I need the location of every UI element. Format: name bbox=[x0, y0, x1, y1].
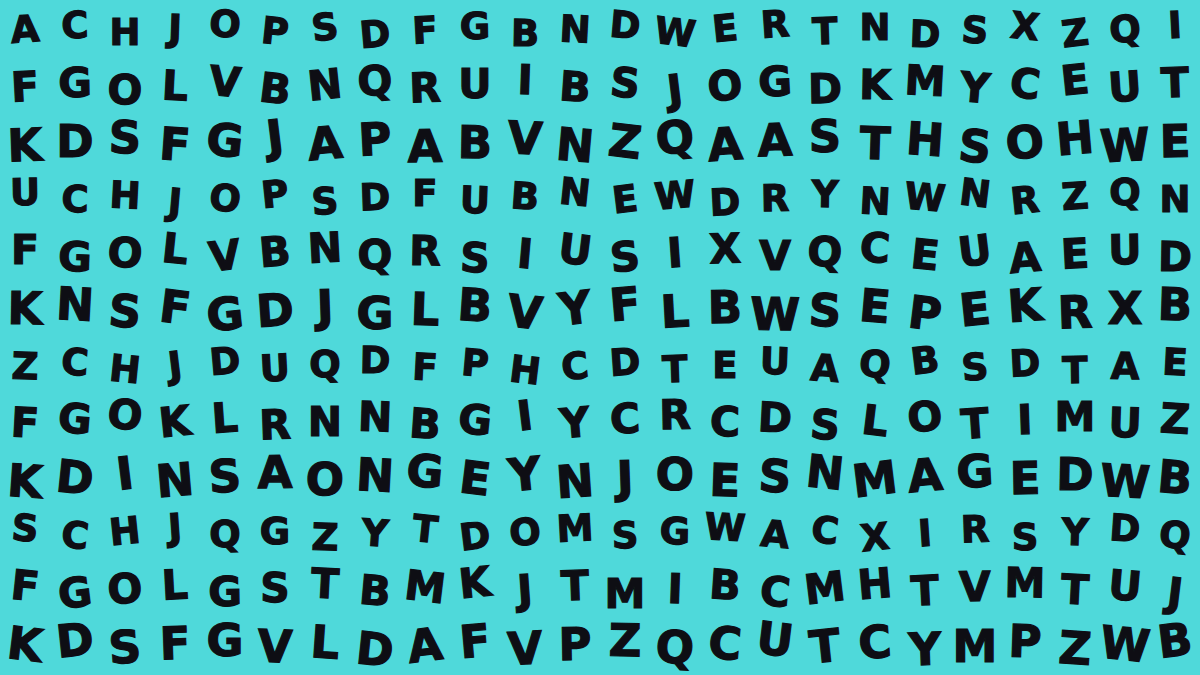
grid-cell[interactable]: I bbox=[648, 224, 702, 283]
grid-cell[interactable]: T bbox=[799, 3, 851, 61]
grid-cell[interactable]: U bbox=[450, 57, 500, 113]
grid-cell[interactable]: O bbox=[98, 560, 153, 620]
grid-cell[interactable]: Q bbox=[847, 334, 903, 395]
grid-cell[interactable]: S bbox=[199, 448, 252, 506]
grid-cell[interactable]: E bbox=[1150, 113, 1200, 170]
grid-cell[interactable]: T bbox=[797, 617, 853, 675]
grid-cell[interactable]: P bbox=[999, 613, 1051, 671]
grid-cell[interactable]: H bbox=[100, 5, 150, 61]
grid-cell[interactable]: Z bbox=[600, 613, 651, 670]
grid-cell[interactable]: J bbox=[148, 499, 202, 558]
grid-cell[interactable]: Y bbox=[548, 394, 603, 454]
grid-cell[interactable]: F bbox=[0, 59, 51, 117]
grid-cell[interactable]: E bbox=[1000, 451, 1051, 508]
grid-cell[interactable]: O bbox=[997, 112, 1053, 174]
grid-cell[interactable]: I bbox=[97, 443, 153, 505]
grid-cell[interactable]: O bbox=[197, 168, 253, 230]
grid-cell[interactable]: A bbox=[898, 446, 953, 506]
grid-cell[interactable]: V bbox=[499, 110, 552, 168]
grid-cell[interactable]: B bbox=[897, 330, 953, 392]
grid-cell[interactable]: N bbox=[297, 55, 353, 116]
grid-cell[interactable]: N bbox=[797, 443, 853, 504]
grid-cell[interactable]: O bbox=[650, 446, 700, 502]
grid-cell[interactable]: E bbox=[697, 0, 753, 59]
grid-cell[interactable]: T bbox=[1149, 55, 1200, 113]
grid-cell[interactable]: G bbox=[650, 504, 701, 561]
grid-cell[interactable]: U bbox=[747, 609, 803, 671]
grid-cell[interactable]: C bbox=[49, 0, 101, 55]
grid-cell[interactable]: H bbox=[848, 555, 903, 615]
grid-cell[interactable]: Q bbox=[300, 336, 351, 393]
grid-cell[interactable]: A bbox=[698, 115, 752, 174]
grid-cell[interactable]: D bbox=[50, 114, 100, 170]
grid-cell[interactable]: W bbox=[648, 166, 703, 226]
grid-cell[interactable]: L bbox=[649, 282, 702, 340]
grid-cell[interactable]: C bbox=[48, 333, 102, 392]
grid-cell[interactable]: B bbox=[1148, 448, 1200, 508]
grid-cell[interactable]: Q bbox=[1099, 164, 1151, 222]
grid-cell[interactable]: E bbox=[700, 338, 750, 394]
grid-cell[interactable]: U bbox=[947, 221, 1003, 283]
grid-cell[interactable]: G bbox=[200, 612, 250, 668]
grid-cell[interactable]: G bbox=[398, 442, 453, 502]
grid-cell[interactable]: Y bbox=[899, 621, 951, 675]
grid-cell[interactable]: P bbox=[247, 2, 303, 63]
grid-cell[interactable]: O bbox=[198, 0, 252, 55]
grid-cell[interactable]: C bbox=[797, 500, 853, 562]
grid-cell[interactable]: F bbox=[400, 166, 450, 222]
grid-cell[interactable]: N bbox=[349, 447, 402, 505]
grid-cell[interactable]: V bbox=[197, 226, 253, 288]
grid-cell[interactable]: S bbox=[98, 282, 153, 342]
grid-cell[interactable]: I bbox=[497, 387, 553, 449]
grid-cell[interactable]: N bbox=[349, 390, 401, 448]
grid-cell[interactable]: Z bbox=[0, 338, 51, 396]
grid-cell[interactable]: M bbox=[950, 618, 1000, 674]
grid-cell[interactable]: N bbox=[547, 162, 603, 223]
grid-cell[interactable]: A bbox=[1100, 338, 1151, 395]
grid-cell[interactable]: U bbox=[1099, 396, 1151, 454]
grid-cell[interactable]: J bbox=[247, 106, 303, 168]
grid-cell[interactable]: P bbox=[247, 164, 303, 225]
grid-cell[interactable]: B bbox=[1147, 610, 1200, 672]
grid-cell[interactable]: T bbox=[299, 556, 352, 614]
grid-cell[interactable]: H bbox=[898, 110, 952, 169]
grid-cell[interactable]: K bbox=[0, 280, 50, 337]
grid-cell[interactable]: F bbox=[399, 338, 452, 396]
grid-cell[interactable]: B bbox=[1149, 276, 1200, 334]
grid-cell[interactable]: S bbox=[748, 448, 802, 507]
grid-cell[interactable]: V bbox=[249, 618, 301, 675]
grid-cell[interactable]: Y bbox=[948, 59, 1003, 119]
word-search-grid: ACHJOPSDFGBNDWERTNDSXZQIFGOLVBNQRUIBSJOG… bbox=[0, 0, 1200, 675]
grid-cell[interactable]: B bbox=[700, 279, 751, 336]
grid-cell[interactable]: O bbox=[698, 57, 753, 117]
grid-cell[interactable]: W bbox=[1097, 615, 1153, 675]
grid-cell[interactable]: F bbox=[0, 395, 51, 453]
grid-cell[interactable]: B bbox=[448, 276, 502, 335]
grid-cell[interactable]: N bbox=[549, 1, 602, 59]
grid-cell[interactable]: L bbox=[847, 392, 903, 454]
grid-cell[interactable]: Q bbox=[350, 227, 401, 284]
grid-cell[interactable]: E bbox=[1149, 333, 1200, 391]
grid-cell[interactable]: G bbox=[250, 503, 300, 559]
grid-cell[interactable]: D bbox=[749, 390, 802, 448]
grid-cell[interactable]: E bbox=[597, 169, 653, 231]
grid-cell[interactable]: E bbox=[947, 279, 1003, 340]
grid-cell[interactable]: S bbox=[297, 0, 353, 59]
grid-cell[interactable]: N bbox=[947, 163, 1003, 225]
grid-cell[interactable]: Q bbox=[348, 52, 402, 111]
grid-cell[interactable]: Q bbox=[649, 619, 702, 675]
grid-cell[interactable]: S bbox=[948, 337, 1003, 397]
grid-cell[interactable]: A bbox=[798, 339, 852, 398]
grid-cell[interactable]: T bbox=[549, 558, 601, 616]
grid-cell[interactable]: E bbox=[1049, 225, 1102, 283]
grid-cell[interactable]: I bbox=[1149, 0, 1200, 55]
grid-cell[interactable]: H bbox=[99, 166, 152, 224]
grid-cell[interactable]: A bbox=[748, 505, 803, 565]
grid-cell[interactable]: N bbox=[49, 275, 102, 333]
grid-cell[interactable]: G bbox=[197, 110, 253, 171]
grid-cell[interactable]: C bbox=[698, 614, 753, 674]
grid-cell[interactable]: U bbox=[1098, 557, 1153, 617]
grid-cell[interactable]: K bbox=[147, 393, 203, 454]
grid-cell[interactable]: G bbox=[949, 443, 1002, 501]
grid-cell[interactable]: A bbox=[298, 114, 353, 174]
grid-cell[interactable]: B bbox=[548, 58, 602, 117]
grid-cell[interactable]: M bbox=[847, 449, 903, 511]
grid-cell[interactable]: D bbox=[598, 333, 652, 392]
grid-cell[interactable]: B bbox=[450, 114, 501, 171]
grid-cell[interactable]: D bbox=[47, 448, 103, 509]
grid-cell[interactable]: C bbox=[599, 391, 652, 449]
grid-cell[interactable]: C bbox=[997, 54, 1053, 116]
grid-cell[interactable]: B bbox=[498, 167, 552, 226]
grid-cell[interactable]: D bbox=[349, 169, 401, 227]
grid-cell[interactable]: R bbox=[997, 170, 1053, 231]
grid-cell[interactable]: X bbox=[997, 0, 1053, 57]
grid-cell[interactable]: V bbox=[198, 53, 253, 113]
grid-cell[interactable]: Q bbox=[647, 107, 703, 168]
grid-cell[interactable]: C bbox=[700, 395, 751, 452]
grid-cell[interactable]: R bbox=[949, 501, 1001, 559]
grid-cell[interactable]: Y bbox=[800, 166, 851, 223]
grid-cell[interactable]: Z bbox=[1048, 167, 1102, 226]
grid-cell[interactable]: U bbox=[749, 333, 801, 391]
grid-cell[interactable]: R bbox=[1049, 284, 1101, 342]
grid-cell[interactable]: U bbox=[1100, 222, 1151, 279]
grid-cell[interactable]: G bbox=[447, 391, 503, 452]
grid-cell[interactable]: D bbox=[248, 281, 302, 340]
grid-cell[interactable]: S bbox=[98, 618, 152, 675]
grid-cell[interactable]: O bbox=[897, 388, 953, 449]
grid-cell[interactable]: S bbox=[799, 281, 852, 339]
grid-cell[interactable]: M bbox=[899, 53, 952, 111]
grid-cell[interactable]: P bbox=[448, 333, 503, 393]
grid-cell[interactable]: G bbox=[450, 0, 501, 55]
grid-cell[interactable]: D bbox=[1050, 447, 1101, 504]
grid-cell[interactable]: G bbox=[48, 390, 103, 450]
grid-cell[interactable]: I bbox=[898, 505, 952, 564]
grid-cell[interactable]: O bbox=[98, 224, 152, 283]
grid-cell[interactable]: O bbox=[498, 503, 553, 563]
grid-cell[interactable]: U bbox=[0, 164, 50, 221]
grid-cell[interactable]: Y bbox=[497, 445, 553, 506]
grid-cell[interactable]: S bbox=[99, 109, 151, 167]
grid-cell[interactable]: L bbox=[147, 219, 203, 280]
grid-cell[interactable]: V bbox=[750, 229, 800, 285]
grid-cell[interactable]: T bbox=[849, 115, 901, 173]
grid-cell[interactable]: S bbox=[0, 499, 52, 559]
grid-cell[interactable]: F bbox=[448, 612, 503, 672]
grid-cell[interactable]: R bbox=[399, 60, 451, 118]
grid-cell[interactable]: U bbox=[1098, 58, 1152, 117]
grid-cell[interactable]: X bbox=[699, 221, 751, 279]
grid-cell[interactable]: K bbox=[0, 614, 53, 675]
grid-cell[interactable]: C bbox=[47, 505, 103, 567]
grid-cell[interactable]: B bbox=[698, 556, 752, 615]
grid-cell[interactable]: N bbox=[1150, 172, 1200, 228]
grid-cell[interactable]: A bbox=[397, 615, 453, 675]
grid-cell[interactable]: A bbox=[250, 445, 301, 502]
grid-cell[interactable]: D bbox=[999, 334, 1052, 392]
grid-cell[interactable]: I bbox=[999, 393, 1051, 451]
grid-cell[interactable]: L bbox=[198, 390, 252, 449]
grid-cell[interactable]: Q bbox=[1147, 506, 1200, 567]
grid-cell[interactable]: W bbox=[647, 2, 703, 64]
grid-cell[interactable]: E bbox=[897, 225, 953, 286]
grid-cell[interactable]: F bbox=[399, 2, 452, 60]
grid-cell[interactable]: U bbox=[547, 220, 603, 282]
grid-cell[interactable]: D bbox=[350, 332, 401, 389]
grid-cell[interactable]: K bbox=[850, 57, 901, 114]
grid-cell[interactable]: M bbox=[1050, 389, 1100, 445]
grid-cell[interactable]: U bbox=[249, 339, 302, 397]
grid-cell[interactable]: D bbox=[1098, 500, 1152, 559]
grid-cell[interactable]: M bbox=[549, 500, 602, 558]
grid-cell[interactable]: Y bbox=[547, 278, 603, 340]
grid-cell[interactable]: U bbox=[449, 172, 501, 230]
grid-cell[interactable]: B bbox=[348, 562, 403, 622]
grid-cell[interactable]: S bbox=[600, 508, 651, 565]
grid-cell[interactable]: B bbox=[248, 223, 303, 283]
grid-cell[interactable]: L bbox=[149, 58, 202, 116]
grid-cell[interactable]: A bbox=[749, 112, 801, 170]
grid-cell[interactable]: Y bbox=[1049, 504, 1101, 562]
grid-cell[interactable]: R bbox=[400, 223, 451, 280]
grid-cell[interactable]: O bbox=[300, 452, 351, 509]
grid-cell[interactable]: D bbox=[198, 331, 253, 391]
grid-cell[interactable]: M bbox=[797, 558, 853, 620]
grid-cell[interactable]: Q bbox=[799, 224, 851, 282]
grid-cell[interactable]: P bbox=[349, 111, 402, 169]
grid-cell[interactable]: F bbox=[148, 115, 202, 174]
grid-cell[interactable]: H bbox=[97, 502, 153, 563]
grid-cell[interactable]: R bbox=[748, 0, 802, 55]
grid-cell[interactable]: Z bbox=[1148, 391, 1200, 450]
grid-cell[interactable]: C bbox=[848, 613, 902, 672]
grid-cell[interactable]: F bbox=[598, 275, 653, 335]
grid-cell[interactable]: R bbox=[650, 388, 701, 445]
grid-cell[interactable]: T bbox=[1049, 562, 1102, 620]
grid-cell[interactable]: J bbox=[147, 335, 203, 397]
grid-cell[interactable]: L bbox=[149, 557, 202, 615]
grid-cell[interactable]: A bbox=[0, 0, 52, 59]
grid-cell[interactable]: O bbox=[97, 386, 153, 448]
grid-cell[interactable]: I bbox=[498, 225, 553, 285]
grid-cell[interactable]: F bbox=[147, 277, 203, 339]
grid-cell[interactable]: G bbox=[50, 55, 101, 112]
grid-cell[interactable]: K bbox=[447, 554, 503, 615]
grid-cell[interactable]: H bbox=[1048, 109, 1103, 169]
grid-cell[interactable]: G bbox=[749, 54, 802, 112]
grid-cell[interactable]: D bbox=[347, 620, 403, 675]
grid-cell[interactable]: I bbox=[499, 52, 551, 110]
grid-cell[interactable]: C bbox=[50, 171, 101, 228]
grid-cell[interactable]: J bbox=[299, 278, 351, 336]
grid-cell[interactable]: P bbox=[550, 617, 601, 674]
grid-cell[interactable]: F bbox=[149, 615, 201, 673]
grid-cell[interactable]: W bbox=[699, 499, 752, 557]
grid-cell[interactable]: L bbox=[298, 613, 352, 672]
grid-cell[interactable]: L bbox=[399, 281, 451, 339]
grid-cell[interactable]: S bbox=[597, 53, 653, 114]
grid-cell[interactable]: N bbox=[299, 219, 352, 277]
grid-cell[interactable]: Y bbox=[348, 505, 402, 564]
grid-cell[interactable]: Z bbox=[597, 111, 653, 173]
grid-cell[interactable]: C bbox=[547, 336, 603, 397]
grid-cell[interactable]: T bbox=[899, 563, 952, 621]
grid-cell[interactable]: M bbox=[397, 557, 453, 619]
grid-cell[interactable]: Z bbox=[1048, 619, 1102, 675]
grid-cell[interactable]: Q bbox=[199, 506, 251, 564]
grid-cell[interactable]: J bbox=[149, 0, 201, 58]
grid-cell[interactable]: E bbox=[447, 448, 503, 510]
grid-cell[interactable]: R bbox=[750, 170, 801, 227]
grid-cell[interactable]: J bbox=[599, 449, 651, 507]
grid-cell[interactable]: D bbox=[47, 611, 103, 672]
grid-cell[interactable]: J bbox=[498, 561, 552, 620]
grid-cell[interactable]: V bbox=[497, 282, 553, 343]
grid-cell[interactable]: K bbox=[998, 276, 1052, 335]
grid-cell[interactable]: S bbox=[800, 109, 850, 165]
grid-cell[interactable]: E bbox=[848, 277, 903, 337]
grid-cell[interactable]: M bbox=[1000, 556, 1051, 613]
grid-cell[interactable]: W bbox=[898, 168, 953, 228]
grid-cell[interactable]: T bbox=[397, 500, 453, 561]
grid-cell[interactable]: Q bbox=[1098, 0, 1153, 60]
grid-cell[interactable]: V bbox=[950, 560, 1001, 617]
grid-cell[interactable]: S bbox=[948, 1, 1002, 60]
grid-cell[interactable]: X bbox=[1100, 281, 1150, 337]
grid-cell[interactable]: C bbox=[848, 219, 902, 278]
grid-cell[interactable]: N bbox=[300, 394, 350, 450]
grid-cell[interactable]: D bbox=[598, 0, 653, 56]
grid-cell[interactable]: V bbox=[499, 620, 552, 675]
grid-cell[interactable]: E bbox=[1047, 50, 1103, 111]
grid-cell[interactable]: F bbox=[0, 223, 50, 279]
grid-cell[interactable]: I bbox=[649, 561, 701, 619]
grid-cell[interactable]: F bbox=[0, 557, 53, 618]
grid-cell[interactable]: S bbox=[250, 561, 301, 618]
grid-cell[interactable]: N bbox=[850, 0, 900, 56]
